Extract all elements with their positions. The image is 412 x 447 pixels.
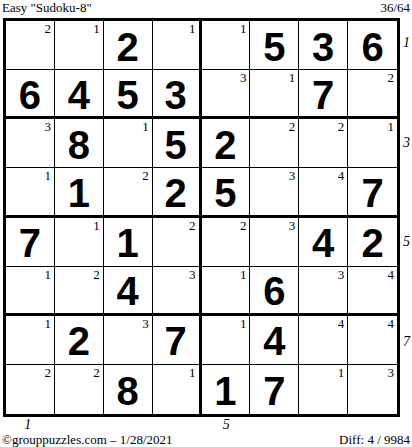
cell-r5c7[interactable]: 4: [299, 218, 348, 267]
given-digit: 2: [104, 21, 152, 69]
cell-r8c8[interactable]: 3: [348, 365, 397, 414]
given-digit: 2: [153, 168, 199, 214]
row-label-7: 7: [403, 317, 412, 367]
given-digit: 7: [299, 70, 347, 116]
col-label-8: [350, 417, 400, 432]
row-labels: 1357: [403, 18, 412, 417]
pencil-mark: 3: [240, 71, 247, 84]
given-digit: 2: [202, 119, 250, 167]
pencil-mark: 2: [93, 366, 100, 379]
cell-r2c1[interactable]: 6: [6, 70, 55, 119]
given-digit: 1: [55, 168, 103, 214]
pencil-mark: 3: [388, 366, 395, 379]
cell-r7c3[interactable]: 3: [104, 316, 153, 365]
sudoku-board: 2121153664533172381522211122534771122342…: [3, 18, 400, 417]
cell-r1c5[interactable]: 1: [202, 21, 251, 70]
cell-r3c3[interactable]: 1: [104, 119, 153, 168]
cell-r6c5[interactable]: 1: [202, 267, 251, 316]
cell-r2c6[interactable]: 1: [250, 70, 299, 119]
cell-r2c8[interactable]: 2: [348, 70, 397, 119]
footer: ©grouppuzzles.com – 1/28/2021 Diff: 4 / …: [2, 431, 410, 447]
cell-r2c5[interactable]: 3: [202, 70, 251, 119]
pencil-mark: 1: [338, 366, 345, 379]
difficulty-text: Diff: 4 / 9984: [339, 432, 410, 447]
col-label-6: [251, 417, 301, 432]
cell-r6c4[interactable]: 3: [153, 267, 202, 316]
pencil-mark: 1: [142, 120, 149, 133]
cell-r3c2[interactable]: 8: [55, 119, 104, 168]
row-label-8: [403, 367, 412, 417]
pencil-mark: 2: [189, 219, 196, 232]
col-label-4: [152, 417, 202, 432]
cell-r6c8[interactable]: 4: [348, 267, 397, 316]
col-label-3: [102, 417, 152, 432]
pencil-mark: 2: [388, 71, 395, 84]
cell-r8c5[interactable]: 1: [202, 365, 251, 414]
cell-r7c1[interactable]: 1: [6, 316, 55, 365]
cell-r7c8[interactable]: 4: [348, 316, 397, 365]
puzzle-counter: 36/64: [380, 0, 410, 16]
row-label-5: 5: [403, 218, 412, 268]
header: Easy "Sudoku-8" 36/64: [2, 0, 410, 17]
given-digit: 1: [202, 365, 250, 414]
col-label-7: [301, 417, 351, 432]
cell-r6c3[interactable]: 4: [104, 267, 153, 316]
cell-r1c1[interactable]: 2: [6, 21, 55, 70]
given-digit: 6: [250, 267, 298, 313]
pencil-mark: 1: [240, 22, 247, 35]
cell-r5c4[interactable]: 2: [153, 218, 202, 267]
given-digit: 5: [202, 168, 250, 214]
given-digit: 7: [250, 365, 298, 414]
cell-r3c5[interactable]: 2: [202, 119, 251, 168]
pencil-mark: 2: [44, 22, 51, 35]
col-label-2: [53, 417, 103, 432]
pencil-mark: 2: [142, 169, 149, 182]
cell-r3c1[interactable]: 3: [6, 119, 55, 168]
cell-r7c4[interactable]: 7: [153, 316, 202, 365]
pencil-mark: 3: [142, 317, 149, 330]
page: Easy "Sudoku-8" 36/64 212115366453317238…: [0, 0, 412, 447]
pencil-mark: 1: [93, 219, 100, 232]
cell-r6c7[interactable]: 3: [299, 267, 348, 316]
cell-r5c3[interactable]: 1: [104, 218, 153, 267]
given-digit: 4: [55, 70, 103, 116]
pencil-mark: 4: [338, 317, 345, 330]
given-digit: 5: [104, 70, 152, 116]
given-digit: 4: [250, 316, 298, 364]
cell-r7c5[interactable]: 1: [202, 316, 251, 365]
col-label-5: 5: [202, 417, 252, 432]
cell-r3c4[interactable]: 5: [153, 119, 202, 168]
copyright-text: ©grouppuzzles.com – 1/28/2021: [2, 432, 173, 447]
cell-r8c2[interactable]: 2: [55, 365, 104, 414]
cell-r5c5[interactable]: 2: [202, 218, 251, 267]
given-digit: 4: [104, 267, 152, 313]
row-label-3: 3: [403, 118, 412, 168]
given-digit: 5: [250, 21, 298, 69]
cell-r5c2[interactable]: 1: [55, 218, 104, 267]
cell-r6c6[interactable]: 6: [250, 267, 299, 316]
row-label-2: [403, 68, 412, 118]
cell-r4c4[interactable]: 2: [153, 168, 202, 217]
given-digit: 7: [6, 218, 54, 266]
row-label-1: 1: [403, 18, 412, 68]
cell-r2c2[interactable]: 4: [55, 70, 104, 119]
given-digit: 2: [348, 218, 397, 266]
cell-r5c6[interactable]: 3: [250, 218, 299, 267]
given-digit: 7: [348, 168, 397, 214]
given-digit: 8: [104, 365, 152, 414]
cell-r4c2[interactable]: 1: [55, 168, 104, 217]
pencil-mark: 3: [289, 219, 296, 232]
pencil-mark: 3: [189, 268, 196, 281]
pencil-mark: 2: [289, 120, 296, 133]
pencil-mark: 3: [338, 268, 345, 281]
cell-r3c8[interactable]: 1: [348, 119, 397, 168]
cell-r4c1[interactable]: 1: [6, 168, 55, 217]
pencil-mark: 1: [189, 22, 196, 35]
cell-r5c1[interactable]: 7: [6, 218, 55, 267]
given-digit: 3: [153, 70, 199, 116]
row-label-6: [403, 267, 412, 317]
cell-r4c6[interactable]: 3: [250, 168, 299, 217]
given-digit: 8: [55, 119, 103, 167]
pencil-mark: 1: [388, 120, 395, 133]
cell-r6c2[interactable]: 2: [55, 267, 104, 316]
cell-r7c6[interactable]: 4: [250, 316, 299, 365]
cell-r7c7[interactable]: 4: [299, 316, 348, 365]
cell-r4c8[interactable]: 7: [348, 168, 397, 217]
given-digit: 7: [153, 316, 199, 364]
cell-r8c1[interactable]: 2: [6, 365, 55, 414]
given-digit: 3: [299, 21, 347, 69]
pencil-mark: 1: [289, 71, 296, 84]
cell-r3c6[interactable]: 2: [250, 119, 299, 168]
cell-r2c7[interactable]: 7: [299, 70, 348, 119]
cell-r4c3[interactable]: 2: [104, 168, 153, 217]
cell-r6c1[interactable]: 1: [6, 267, 55, 316]
cell-r1c8[interactable]: 6: [348, 21, 397, 70]
cell-r7c2[interactable]: 2: [55, 316, 104, 365]
pencil-mark: 4: [388, 268, 395, 281]
cell-r8c6[interactable]: 7: [250, 365, 299, 414]
row-label-4: [403, 168, 412, 218]
pencil-mark: 1: [44, 169, 51, 182]
pencil-mark: 3: [44, 120, 51, 133]
puzzle-title: Easy "Sudoku-8": [2, 0, 92, 16]
pencil-mark: 1: [240, 268, 247, 281]
pencil-mark: 2: [240, 219, 247, 232]
cell-r5c8[interactable]: 2: [348, 218, 397, 267]
given-digit: 1: [104, 218, 152, 266]
cell-r3c7[interactable]: 2: [299, 119, 348, 168]
given-digit: 5: [153, 119, 199, 167]
given-digit: 4: [299, 218, 347, 266]
pencil-mark: 1: [44, 317, 51, 330]
cell-r4c7[interactable]: 4: [299, 168, 348, 217]
cell-r1c6[interactable]: 5: [250, 21, 299, 70]
pencil-mark: 2: [44, 366, 51, 379]
cell-r4c5[interactable]: 5: [202, 168, 251, 217]
cell-r8c3[interactable]: 8: [104, 365, 153, 414]
given-digit: 2: [55, 316, 103, 364]
pencil-mark: 1: [240, 317, 247, 330]
col-labels: 15: [3, 417, 400, 432]
cell-r8c4[interactable]: 1: [153, 365, 202, 414]
cell-r2c4[interactable]: 3: [153, 70, 202, 119]
col-label-1: 1: [3, 417, 53, 432]
given-digit: 6: [348, 21, 397, 69]
given-digit: 6: [6, 70, 54, 116]
pencil-mark: 4: [388, 317, 395, 330]
cell-r1c2[interactable]: 1: [55, 21, 104, 70]
pencil-mark: 2: [93, 268, 100, 281]
cell-r2c3[interactable]: 5: [104, 70, 153, 119]
cell-r1c3[interactable]: 2: [104, 21, 153, 70]
pencil-mark: 3: [289, 169, 296, 182]
pencil-mark: 1: [93, 22, 100, 35]
pencil-mark: 4: [338, 169, 345, 182]
pencil-mark: 2: [338, 120, 345, 133]
cell-r1c7[interactable]: 3: [299, 21, 348, 70]
pencil-mark: 1: [44, 268, 51, 281]
pencil-mark: 1: [189, 366, 196, 379]
cell-r8c7[interactable]: 1: [299, 365, 348, 414]
cell-r1c4[interactable]: 1: [153, 21, 202, 70]
